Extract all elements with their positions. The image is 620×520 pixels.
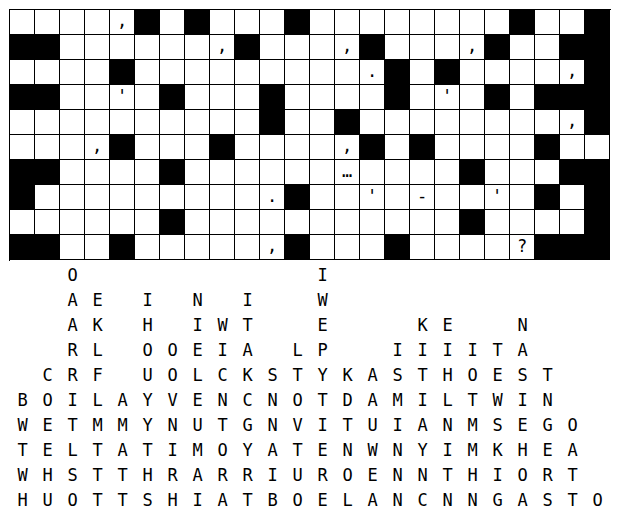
bank-empty-r0c19 — [485, 262, 510, 287]
grid-cell-empty-r7c9[interactable] — [235, 185, 260, 210]
punctuation-glyph: , — [467, 35, 477, 59]
bank-empty-r2c6 — [160, 312, 185, 337]
grid-cell-empty-r8c2[interactable] — [60, 210, 85, 235]
grid-cell-empty-r4c11[interactable] — [285, 110, 310, 135]
grid-cell-punctuation-r1c13: , — [335, 35, 360, 60]
bank-letter-r7c18: M — [460, 437, 485, 462]
grid-cell-black-r5c4 — [110, 135, 135, 160]
bank-letter-r9c10: B — [260, 487, 285, 512]
bank-letter-r2c12: E — [310, 312, 335, 337]
grid-cell-empty-r1c16[interactable] — [410, 35, 435, 60]
bank-letter-r7c12: E — [310, 437, 335, 462]
grid-cell-empty-r7c18[interactable] — [460, 185, 485, 210]
grid-cell-empty-r4c4[interactable] — [110, 110, 135, 135]
grid-cell-empty-r0c3[interactable] — [85, 10, 110, 35]
bank-letter-r7c8: O — [210, 437, 235, 462]
grid-cell-empty-r0c1[interactable] — [35, 10, 60, 35]
bank-letter-r1c9: I — [235, 287, 260, 312]
bank-letter-r6c3: M — [85, 412, 110, 437]
grid-cell-empty-r4c5[interactable] — [135, 110, 160, 135]
bank-letter-r4c5: U — [135, 362, 160, 387]
bank-letter-r3c17: I — [435, 337, 460, 362]
grid-cell-empty-r0c0[interactable] — [10, 10, 35, 35]
grid-cell-empty-r9c9[interactable] — [235, 235, 260, 260]
bank-letter-r9c18: N — [460, 487, 485, 512]
grid-cell-empty-r0c2[interactable] — [60, 10, 85, 35]
grid-cell-black-r1c9 — [235, 35, 260, 60]
grid-cell-empty-r4c21[interactable] — [535, 110, 560, 135]
grid-cell-black-r6c18 — [460, 160, 485, 185]
bank-letter-r6c13: T — [335, 412, 360, 437]
grid-cell-empty-r2c6[interactable] — [160, 60, 185, 85]
bank-empty-r3c13 — [335, 337, 360, 362]
bank-letter-r8c11: U — [285, 462, 310, 487]
grid-cell-empty-r0c15[interactable] — [385, 10, 410, 35]
grid-cell-empty-r9c14[interactable] — [360, 235, 385, 260]
bank-letter-r9c13: L — [335, 487, 360, 512]
grid-cell-empty-r2c19[interactable] — [485, 60, 510, 85]
bank-letter-r6c18: M — [460, 412, 485, 437]
bank-letter-r3c16: I — [410, 337, 435, 362]
grid-cell-empty-r7c17[interactable] — [435, 185, 460, 210]
grid-cell-empty-r2c3[interactable] — [85, 60, 110, 85]
bank-empty-r3c14 — [360, 337, 385, 362]
grid-cell-black-r6c22 — [560, 160, 585, 185]
grid-cell-empty-r0c10[interactable] — [260, 10, 285, 35]
grid-cell-empty-r4c1[interactable] — [35, 110, 60, 135]
punctuation-glyph: , — [92, 135, 102, 159]
bank-empty-r1c14 — [360, 287, 385, 312]
grid-cell-empty-r1c17[interactable] — [435, 35, 460, 60]
bank-letter-r8c3: T — [85, 462, 110, 487]
grid-cell-empty-r6c8[interactable] — [210, 160, 235, 185]
grid-cell-empty-r3c9[interactable] — [235, 85, 260, 110]
grid-cell-empty-r6c17[interactable] — [435, 160, 460, 185]
grid-cell-empty-r2c1[interactable] — [35, 60, 60, 85]
grid-cell-empty-r9c3[interactable] — [85, 235, 110, 260]
grid-cell-empty-r4c8[interactable] — [210, 110, 235, 135]
bank-empty-r4c0 — [10, 362, 35, 387]
grid-cell-empty-r5c7[interactable] — [185, 135, 210, 160]
grid-cell-empty-r1c11[interactable] — [285, 35, 310, 60]
grid-cell-empty-r9c12[interactable] — [310, 235, 335, 260]
grid-cell-empty-r2c20[interactable] — [510, 60, 535, 85]
bank-letter-r9c21: S — [535, 487, 560, 512]
grid-cell-empty-r7c2[interactable] — [60, 185, 85, 210]
bank-empty-r1c23 — [585, 287, 610, 312]
bank-letter-r8c5: H — [135, 462, 160, 487]
grid-cell-empty-r4c6[interactable] — [160, 110, 185, 135]
grid-cell-empty-r8c15[interactable] — [385, 210, 410, 235]
bank-empty-r3c23 — [585, 337, 610, 362]
grid-cell-empty-r1c21[interactable] — [535, 35, 560, 60]
letter-bank: OIAEINIWAKHIWTEKENRLOOEIALPIIIITACRFUOLC… — [10, 262, 610, 512]
grid-cell-punctuation-r7c10: . — [260, 185, 285, 210]
grid-cell-empty-r0c6[interactable] — [160, 10, 185, 35]
grid-cell-empty-r8c3[interactable] — [85, 210, 110, 235]
grid-cell-empty-r8c13[interactable] — [335, 210, 360, 235]
grid-cell-empty-r2c0[interactable] — [10, 60, 35, 85]
grid-cell-empty-r1c12[interactable] — [310, 35, 335, 60]
grid-cell-empty-r2c7[interactable] — [185, 60, 210, 85]
bank-letter-r4c10: S — [260, 362, 285, 387]
grid-cell-empty-r7c8[interactable] — [210, 185, 235, 210]
grid-cell-empty-r0c8[interactable] — [210, 10, 235, 35]
grid-cell-empty-r6c21[interactable] — [535, 160, 560, 185]
grid-cell-black-r3c6 — [160, 85, 185, 110]
bank-letter-r7c5: T — [135, 437, 160, 462]
grid-cell-empty-r7c1[interactable] — [35, 185, 60, 210]
grid-cell-empty-r5c12[interactable] — [310, 135, 335, 160]
grid-cell-empty-r4c16[interactable] — [410, 110, 435, 135]
grid-cell-black-r2c15 — [385, 60, 410, 85]
grid-cell-empty-r6c16[interactable] — [410, 160, 435, 185]
grid-cell-empty-r0c14[interactable] — [360, 10, 385, 35]
grid-cell-empty-r7c12[interactable] — [310, 185, 335, 210]
grid-cell-empty-r5c11[interactable] — [285, 135, 310, 160]
bank-letter-r7c4: A — [110, 437, 135, 462]
grid-cell-empty-r0c18[interactable] — [460, 10, 485, 35]
bank-letter-r7c9: Y — [235, 437, 260, 462]
grid-cell-empty-r8c19[interactable] — [485, 210, 510, 235]
bank-letter-r4c18: O — [460, 362, 485, 387]
grid-cell-empty-r9c13[interactable] — [335, 235, 360, 260]
bank-letter-r6c5: Y — [135, 412, 160, 437]
bank-letter-r6c22: O — [560, 412, 585, 437]
grid-cell-empty-r4c20[interactable] — [510, 110, 535, 135]
bank-empty-r1c19 — [485, 287, 510, 312]
bank-letter-r3c12: P — [310, 337, 335, 362]
grid-cell-empty-r3c11[interactable] — [285, 85, 310, 110]
bank-empty-r0c3 — [85, 262, 110, 287]
grid-cell-empty-r8c9[interactable] — [235, 210, 260, 235]
grid-cell-black-r5c8 — [210, 135, 235, 160]
grid-cell-empty-r9c18[interactable] — [460, 235, 485, 260]
grid-cell-empty-r9c17[interactable] — [435, 235, 460, 260]
bank-letter-r3c8: I — [210, 337, 235, 362]
punctuation-glyph: , — [117, 10, 127, 34]
grid-cell-empty-r0c19[interactable] — [485, 10, 510, 35]
bank-letter-r9c7: I — [185, 487, 210, 512]
bank-letter-r5c15: M — [385, 387, 410, 412]
grid-cell-empty-r4c12[interactable] — [310, 110, 335, 135]
grid-cell-empty-r8c11[interactable] — [285, 210, 310, 235]
grid-cell-empty-r8c5[interactable] — [135, 210, 160, 235]
bank-empty-r0c9 — [235, 262, 260, 287]
bank-letter-r4c13: K — [335, 362, 360, 387]
grid-cell-empty-r2c5[interactable] — [135, 60, 160, 85]
grid-cell-empty-r2c10[interactable] — [260, 60, 285, 85]
bank-letter-r4c21: T — [535, 362, 560, 387]
grid-cell-empty-r4c0[interactable] — [10, 110, 35, 135]
punctuation-glyph: … — [342, 160, 352, 184]
bank-letter-r9c12: E — [310, 487, 335, 512]
grid-cell-empty-r6c19[interactable] — [485, 160, 510, 185]
grid-cell-black-r5c14 — [360, 135, 385, 160]
grid-cell-empty-r3c20[interactable] — [510, 85, 535, 110]
grid-cell-empty-r8c17[interactable] — [435, 210, 460, 235]
bank-empty-r1c4 — [110, 287, 135, 312]
grid-cell-empty-r0c12[interactable] — [310, 10, 335, 35]
bank-letter-r8c7: A — [185, 462, 210, 487]
grid-cell-empty-r8c8[interactable] — [210, 210, 235, 235]
bank-letter-r6c1: E — [35, 412, 60, 437]
grid-cell-empty-r6c14[interactable] — [360, 160, 385, 185]
grid-cell-empty-r6c12[interactable] — [310, 160, 335, 185]
grid-cell-black-r8c6 — [160, 210, 185, 235]
grid-cell-empty-r1c20[interactable] — [510, 35, 535, 60]
grid-cell-empty-r0c22[interactable] — [560, 10, 585, 35]
bank-empty-r0c17 — [435, 262, 460, 287]
grid-cell-black-r8c23 — [585, 210, 610, 235]
grid-cell-empty-r8c22[interactable] — [560, 210, 585, 235]
bank-letter-r3c6: O — [160, 337, 185, 362]
grid-cell-empty-r6c2[interactable] — [60, 160, 85, 185]
grid-cell-black-r3c1 — [35, 85, 60, 110]
bank-empty-r4c4 — [110, 362, 135, 387]
bank-letter-r4c8: C — [210, 362, 235, 387]
grid-cell-empty-r4c9[interactable] — [235, 110, 260, 135]
bank-letter-r6c12: I — [310, 412, 335, 437]
grid-cell-empty-r9c8[interactable] — [210, 235, 235, 260]
bank-empty-r2c4 — [110, 312, 135, 337]
grid-cell-empty-r8c4[interactable] — [110, 210, 135, 235]
bank-letter-r5c8: N — [210, 387, 235, 412]
grid-cell-empty-r3c3[interactable] — [85, 85, 110, 110]
bank-letter-r9c20: A — [510, 487, 535, 512]
bank-empty-r4c22 — [560, 362, 585, 387]
grid-cell-empty-r2c9[interactable] — [235, 60, 260, 85]
grid-cell-empty-r7c5[interactable] — [135, 185, 160, 210]
grid-cell-empty-r1c4[interactable] — [110, 35, 135, 60]
bank-letter-r8c19: I — [485, 462, 510, 487]
bank-letter-r4c2: R — [60, 362, 85, 387]
grid-cell-empty-r2c11[interactable] — [285, 60, 310, 85]
bank-letter-r3c2: R — [60, 337, 85, 362]
grid-cell-empty-r5c22[interactable] — [560, 135, 585, 160]
grid-cell-empty-r3c8[interactable] — [210, 85, 235, 110]
grid-cell-empty-r9c7[interactable] — [185, 235, 210, 260]
grid-cell-empty-r5c2[interactable] — [60, 135, 85, 160]
bank-empty-r2c23 — [585, 312, 610, 337]
grid-cell-black-r0c23 — [585, 10, 610, 35]
grid-cell-black-r2c4 — [110, 60, 135, 85]
grid-cell-empty-r5c9[interactable] — [235, 135, 260, 160]
grid-cell-empty-r0c21[interactable] — [535, 10, 560, 35]
grid-cell-empty-r1c3[interactable] — [85, 35, 110, 60]
grid-cell-empty-r4c14[interactable] — [360, 110, 385, 135]
grid-cell-empty-r8c16[interactable] — [410, 210, 435, 235]
grid-cell-empty-r5c5[interactable] — [135, 135, 160, 160]
grid-cell-empty-r9c5[interactable] — [135, 235, 160, 260]
grid-cell-black-r9c4 — [110, 235, 135, 260]
grid-cell-empty-r6c4[interactable] — [110, 160, 135, 185]
bank-letter-r3c3: L — [85, 337, 110, 362]
grid-cell-empty-r8c14[interactable] — [360, 210, 385, 235]
grid-cell-empty-r1c2[interactable] — [60, 35, 85, 60]
bank-empty-r0c14 — [360, 262, 385, 287]
grid-cell-empty-r6c5[interactable] — [135, 160, 160, 185]
grid-cell-empty-r0c13[interactable] — [335, 10, 360, 35]
grid-cell-empty-r7c20[interactable] — [510, 185, 535, 210]
grid-cell-empty-r3c13[interactable] — [335, 85, 360, 110]
bank-letter-r2c9: T — [235, 312, 260, 337]
bank-empty-r1c0 — [10, 287, 35, 312]
grid-cell-empty-r9c19[interactable] — [485, 235, 510, 260]
bank-letter-r6c6: N — [160, 412, 185, 437]
bank-empty-r0c0 — [10, 262, 35, 287]
grid-cell-empty-r6c11[interactable] — [285, 160, 310, 185]
bank-empty-r5c23 — [585, 387, 610, 412]
grid-cell-empty-r6c7[interactable] — [185, 160, 210, 185]
grid-cell-empty-r5c0[interactable] — [10, 135, 35, 160]
grid-cell-empty-r0c16[interactable] — [410, 10, 435, 35]
grid-cell-empty-r4c15[interactable] — [385, 110, 410, 135]
grid-cell-empty-r7c4[interactable] — [110, 185, 135, 210]
grid-cell-empty-r5c19[interactable] — [485, 135, 510, 160]
grid-cell-empty-r8c12[interactable] — [310, 210, 335, 235]
grid-cell-empty-r4c2[interactable] — [60, 110, 85, 135]
grid-cell-empty-r8c10[interactable] — [260, 210, 285, 235]
grid-cell-empty-r1c5[interactable] — [135, 35, 160, 60]
grid-cell-empty-r7c22[interactable] — [560, 185, 585, 210]
grid-cell-empty-r2c8[interactable] — [210, 60, 235, 85]
bank-letter-r8c4: T — [110, 462, 135, 487]
grid-cell-empty-r5c10[interactable] — [260, 135, 285, 160]
grid-cell-empty-r5c15[interactable] — [385, 135, 410, 160]
bank-empty-r1c21 — [535, 287, 560, 312]
grid-cell-empty-r2c2[interactable] — [60, 60, 85, 85]
bank-letter-r7c0: T — [10, 437, 35, 462]
grid-cell-empty-r7c15[interactable] — [385, 185, 410, 210]
grid-cell-empty-r0c9[interactable] — [235, 10, 260, 35]
bank-letter-r5c20: I — [510, 387, 535, 412]
grid-cell-empty-r1c10[interactable] — [260, 35, 285, 60]
grid-cell-punctuation-r1c18: , — [460, 35, 485, 60]
grid-cell-empty-r5c18[interactable] — [460, 135, 485, 160]
grid-cell-empty-r6c10[interactable] — [260, 160, 285, 185]
bank-empty-r1c18 — [460, 287, 485, 312]
grid-cell-black-r1c22 — [560, 35, 585, 60]
grid-cell-empty-r9c16[interactable] — [410, 235, 435, 260]
bank-letter-r7c22: A — [560, 437, 585, 462]
grid-cell-empty-r7c13[interactable] — [335, 185, 360, 210]
bank-letter-r5c19: W — [485, 387, 510, 412]
grid-cell-empty-r3c12[interactable] — [310, 85, 335, 110]
grid-cell-empty-r5c20[interactable] — [510, 135, 535, 160]
grid-cell-empty-r8c20[interactable] — [510, 210, 535, 235]
grid-cell-empty-r8c21[interactable] — [535, 210, 560, 235]
grid-cell-empty-r9c6[interactable] — [160, 235, 185, 260]
grid-cell-empty-r0c17[interactable] — [435, 10, 460, 35]
grid-cell-empty-r1c6[interactable] — [160, 35, 185, 60]
grid-cell-empty-r6c9[interactable] — [235, 160, 260, 185]
bank-letter-r5c10: N — [260, 387, 285, 412]
bank-empty-r1c6 — [160, 287, 185, 312]
bank-letter-r6c7: U — [185, 412, 210, 437]
grid-cell-empty-r2c13[interactable] — [335, 60, 360, 85]
grid-cell-empty-r5c6[interactable] — [160, 135, 185, 160]
bank-letter-r5c21: N — [535, 387, 560, 412]
grid-cell-black-r4c10 — [260, 110, 285, 135]
grid-cell-empty-r6c3[interactable] — [85, 160, 110, 185]
bank-letter-r4c14: A — [360, 362, 385, 387]
grid-cell-empty-r2c12[interactable] — [310, 60, 335, 85]
grid-cell-empty-r3c18[interactable] — [460, 85, 485, 110]
bank-letter-r9c1: U — [35, 487, 60, 512]
bank-empty-r1c1 — [35, 287, 60, 312]
grid-cell-empty-r7c7[interactable] — [185, 185, 210, 210]
bank-empty-r0c10 — [260, 262, 285, 287]
grid-cell-empty-r4c3[interactable] — [85, 110, 110, 135]
punctuation-glyph: . — [267, 185, 277, 209]
bank-letter-r1c3: E — [85, 287, 110, 312]
bank-letter-r9c9: T — [235, 487, 260, 512]
grid-cell-empty-r4c17[interactable] — [435, 110, 460, 135]
grid-cell-black-r3c19 — [485, 85, 510, 110]
grid-cell-black-r6c6 — [160, 160, 185, 185]
bank-empty-r2c10 — [260, 312, 285, 337]
bank-letter-r4c11: T — [285, 362, 310, 387]
bank-letter-r6c14: U — [360, 412, 385, 437]
grid-cell-empty-r1c15[interactable] — [385, 35, 410, 60]
grid-cell-empty-r5c17[interactable] — [435, 135, 460, 160]
bank-letter-r5c11: O — [285, 387, 310, 412]
grid-cell-empty-r2c21[interactable] — [535, 60, 560, 85]
bank-letter-r6c16: A — [410, 412, 435, 437]
grid-cell-empty-r2c16[interactable] — [410, 60, 435, 85]
bank-letter-r6c15: I — [385, 412, 410, 437]
bank-letter-r4c6: O — [160, 362, 185, 387]
bank-empty-r1c8 — [210, 287, 235, 312]
bank-empty-r3c0 — [10, 337, 35, 362]
grid-cell-empty-r2c18[interactable] — [460, 60, 485, 85]
bank-empty-r2c11 — [285, 312, 310, 337]
grid-cell-black-r6c0 — [10, 160, 35, 185]
grid-cell-empty-r8c1[interactable] — [35, 210, 60, 235]
grid-cell-empty-r3c5[interactable] — [135, 85, 160, 110]
bank-letter-r5c9: C — [235, 387, 260, 412]
grid-cell-black-r0c11 — [285, 10, 310, 35]
grid-cell-empty-r3c2[interactable] — [60, 85, 85, 110]
dropquote-puzzle-page: { "game": "dropquote (quotefall) word pu… — [0, 0, 620, 520]
grid-cell-empty-r4c18[interactable] — [460, 110, 485, 135]
grid-cell-empty-r8c7[interactable] — [185, 210, 210, 235]
bank-letter-r2c5: H — [135, 312, 160, 337]
bank-letter-r2c16: K — [410, 312, 435, 337]
grid-cell-empty-r3c7[interactable] — [185, 85, 210, 110]
grid-cell-empty-r3c16[interactable] — [410, 85, 435, 110]
grid-cell-black-r7c0 — [10, 185, 35, 210]
grid-cell-black-r9c11 — [285, 235, 310, 260]
grid-cell-empty-r5c23[interactable] — [585, 135, 610, 160]
grid-cell-empty-r9c2[interactable] — [60, 235, 85, 260]
grid-cell-empty-r8c0[interactable] — [10, 210, 35, 235]
grid-cell-empty-r6c20[interactable] — [510, 160, 535, 185]
bank-empty-r6c23 — [585, 412, 610, 437]
grid-cell-empty-r1c7[interactable] — [185, 35, 210, 60]
bank-empty-r2c15 — [385, 312, 410, 337]
grid-cell-black-r8c18 — [460, 210, 485, 235]
bank-letter-r3c15: I — [385, 337, 410, 362]
grid-cell-empty-r7c6[interactable] — [160, 185, 185, 210]
grid-cell-empty-r4c7[interactable] — [185, 110, 210, 135]
grid-cell-empty-r7c3[interactable] — [85, 185, 110, 210]
grid-cell-empty-r5c1[interactable] — [35, 135, 60, 160]
grid-cell-empty-r4c19[interactable] — [485, 110, 510, 135]
grid-cell-empty-r3c14[interactable] — [360, 85, 385, 110]
grid-cell-empty-r6c15[interactable] — [385, 160, 410, 185]
